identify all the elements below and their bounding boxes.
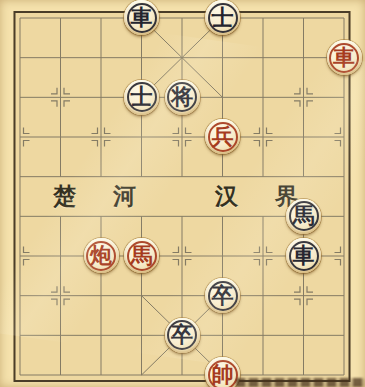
piece-black-soldier[interactable]: 卒 bbox=[205, 278, 240, 313]
piece-red-chariot[interactable]: 車 bbox=[327, 40, 362, 75]
piece-glyph: 将 bbox=[171, 85, 193, 107]
piece-glyph: 車 bbox=[293, 244, 315, 266]
watermark-strip bbox=[236, 378, 365, 387]
piece-glyph: 炮 bbox=[90, 244, 112, 266]
pieces-grid: 車士車士将兵馬炮馬車卒卒帥 bbox=[0, 0, 364, 387]
piece-glyph: 車 bbox=[333, 46, 355, 68]
piece-black-chariot[interactable]: 車 bbox=[124, 0, 159, 35]
piece-black-horse[interactable]: 馬 bbox=[286, 199, 321, 234]
piece-red-soldier[interactable]: 兵 bbox=[205, 119, 240, 154]
piece-red-cannon[interactable]: 炮 bbox=[84, 238, 119, 273]
piece-glyph: 兵 bbox=[212, 125, 234, 147]
piece-glyph: 馬 bbox=[131, 244, 153, 266]
piece-glyph: 馬 bbox=[293, 204, 315, 226]
piece-glyph: 卒 bbox=[212, 284, 234, 306]
piece-glyph: 士 bbox=[212, 6, 234, 28]
piece-glyph: 車 bbox=[131, 6, 153, 28]
piece-red-horse[interactable]: 馬 bbox=[124, 238, 159, 273]
piece-red-general[interactable]: 帥 bbox=[205, 357, 240, 387]
piece-black-soldier[interactable]: 卒 bbox=[165, 318, 200, 353]
piece-black-advisor[interactable]: 士 bbox=[205, 0, 240, 35]
piece-black-chariot[interactable]: 車 bbox=[286, 238, 321, 273]
piece-glyph: 士 bbox=[131, 85, 153, 107]
piece-glyph: 卒 bbox=[171, 323, 193, 345]
piece-glyph: 帥 bbox=[212, 363, 234, 385]
piece-black-general[interactable]: 将 bbox=[165, 80, 200, 115]
xiangqi-board: 楚河 汉界 車士車士将兵馬炮馬車卒卒帥 bbox=[0, 0, 365, 387]
piece-black-advisor[interactable]: 士 bbox=[124, 80, 159, 115]
